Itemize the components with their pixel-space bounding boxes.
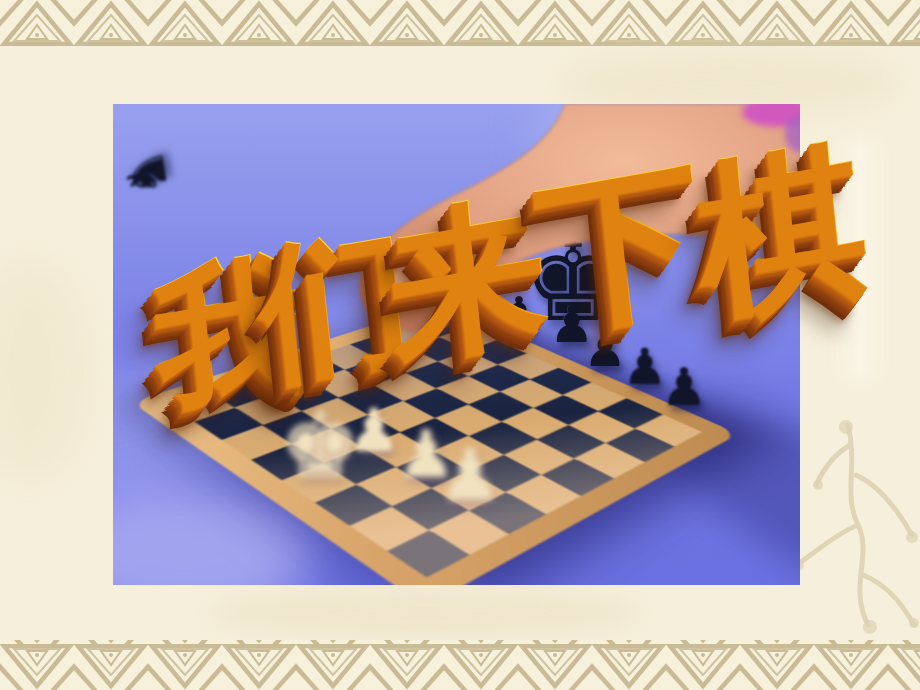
black-pawn-piece: ♟ xyxy=(390,274,433,322)
background-watermark xyxy=(845,140,875,380)
tribal-border-bottom-pattern xyxy=(0,640,920,690)
plum-branch-watermark xyxy=(788,415,920,643)
white-pawn-piece: ♟ xyxy=(438,439,503,511)
black-pawn-piece: ♟ xyxy=(583,325,626,373)
background-watermark xyxy=(210,586,640,640)
captured-black-knight-piece: ♞ xyxy=(116,145,178,202)
tablecloth-highlight xyxy=(533,104,800,204)
black-pawn-piece: ♟ xyxy=(661,361,708,413)
black-pawn-piece-touched: ♟ xyxy=(405,229,443,271)
background-watermark xyxy=(0,260,90,480)
tribal-border-top-pattern xyxy=(0,0,920,46)
white-pawn-piece: ♟ xyxy=(347,400,401,460)
slide: ♞ ♚ ♟ ♟ ♟ ♟ ♟ ♟ ♚ ♟ ♟ ♟ ♟ xyxy=(0,0,920,690)
chess-photo: ♞ ♚ ♟ ♟ ♟ ♟ ♟ ♟ ♚ ♟ ♟ ♟ ♟ xyxy=(113,104,800,585)
